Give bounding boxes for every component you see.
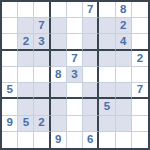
cell-r7c1[interactable] xyxy=(2,99,18,115)
cell-r4c7[interactable] xyxy=(99,51,115,67)
cell-r2c9[interactable] xyxy=(132,18,148,34)
cell-r1c6[interactable]: 7 xyxy=(83,2,99,18)
cell-r4c8[interactable] xyxy=(116,51,132,67)
cell-r1c9[interactable] xyxy=(132,2,148,18)
cell-r4c6[interactable] xyxy=(83,51,99,67)
cell-r1c1[interactable] xyxy=(2,2,18,18)
cell-r3c2[interactable]: 2 xyxy=(18,34,34,50)
cell-r7c2[interactable] xyxy=(18,99,34,115)
cell-r1c3[interactable] xyxy=(34,2,50,18)
cell-r9c2[interactable] xyxy=(18,132,34,148)
cell-r4c4[interactable] xyxy=(51,51,67,67)
cell-r7c6[interactable] xyxy=(83,99,99,115)
cell-r9c1[interactable] xyxy=(2,132,18,148)
cell-r7c8[interactable] xyxy=(116,99,132,115)
cell-r2c6[interactable] xyxy=(83,18,99,34)
cell-r4c3[interactable] xyxy=(34,51,50,67)
cell-r5c3[interactable] xyxy=(34,67,50,83)
cell-r7c5[interactable] xyxy=(67,99,83,115)
cell-r7c4[interactable] xyxy=(51,99,67,115)
cell-r8c1[interactable]: 9 xyxy=(2,116,18,132)
cell-r5c2[interactable] xyxy=(18,67,34,83)
cell-r5c6[interactable] xyxy=(83,67,99,83)
sudoku-board: 7872234728357595296 xyxy=(0,0,150,150)
cell-r6c6[interactable] xyxy=(83,83,99,99)
cell-r2c8[interactable]: 2 xyxy=(116,18,132,34)
cell-r2c5[interactable] xyxy=(67,18,83,34)
cell-r6c1[interactable]: 5 xyxy=(2,83,18,99)
cell-r2c2[interactable] xyxy=(18,18,34,34)
cell-r5c9[interactable] xyxy=(132,67,148,83)
cell-r9c7[interactable] xyxy=(99,132,115,148)
cell-r1c4[interactable] xyxy=(51,2,67,18)
cell-r6c5[interactable] xyxy=(67,83,83,99)
cell-r8c7[interactable] xyxy=(99,116,115,132)
cell-r7c9[interactable] xyxy=(132,99,148,115)
cell-r4c1[interactable] xyxy=(2,51,18,67)
cell-r9c3[interactable] xyxy=(34,132,50,148)
cell-r4c9[interactable]: 2 xyxy=(132,51,148,67)
cell-r6c8[interactable] xyxy=(116,83,132,99)
cell-r9c6[interactable]: 6 xyxy=(83,132,99,148)
cell-r9c8[interactable] xyxy=(116,132,132,148)
cell-r3c7[interactable] xyxy=(99,34,115,50)
cell-r8c5[interactable] xyxy=(67,116,83,132)
cell-r4c5[interactable]: 7 xyxy=(67,51,83,67)
cell-r8c3[interactable]: 2 xyxy=(34,116,50,132)
cell-r3c5[interactable] xyxy=(67,34,83,50)
cell-r5c7[interactable] xyxy=(99,67,115,83)
cell-r8c9[interactable] xyxy=(132,116,148,132)
cell-r6c4[interactable] xyxy=(51,83,67,99)
cell-r3c1[interactable] xyxy=(2,34,18,50)
cell-r6c3[interactable] xyxy=(34,83,50,99)
cell-r2c1[interactable] xyxy=(2,18,18,34)
cell-r7c7[interactable]: 5 xyxy=(99,99,115,115)
cell-r5c8[interactable] xyxy=(116,67,132,83)
cell-r3c6[interactable] xyxy=(83,34,99,50)
cell-r8c2[interactable]: 5 xyxy=(18,116,34,132)
cell-r1c2[interactable] xyxy=(18,2,34,18)
cell-r6c9[interactable]: 7 xyxy=(132,83,148,99)
cell-r9c5[interactable] xyxy=(67,132,83,148)
cell-r2c4[interactable] xyxy=(51,18,67,34)
cell-r3c8[interactable]: 4 xyxy=(116,34,132,50)
cell-r6c2[interactable] xyxy=(18,83,34,99)
cell-r4c2[interactable] xyxy=(18,51,34,67)
cell-r9c4[interactable]: 9 xyxy=(51,132,67,148)
cell-r1c7[interactable] xyxy=(99,2,115,18)
cell-r3c3[interactable]: 3 xyxy=(34,34,50,50)
cell-r2c3[interactable]: 7 xyxy=(34,18,50,34)
cell-r2c7[interactable] xyxy=(99,18,115,34)
cell-r9c9[interactable] xyxy=(132,132,148,148)
cell-r5c5[interactable]: 3 xyxy=(67,67,83,83)
cell-r3c9[interactable] xyxy=(132,34,148,50)
cell-r8c4[interactable] xyxy=(51,116,67,132)
cell-r3c4[interactable] xyxy=(51,34,67,50)
cell-r1c5[interactable] xyxy=(67,2,83,18)
cell-r1c8[interactable]: 8 xyxy=(116,2,132,18)
cell-r8c8[interactable] xyxy=(116,116,132,132)
cell-r6c7[interactable] xyxy=(99,83,115,99)
cell-r5c4[interactable]: 8 xyxy=(51,67,67,83)
cell-r8c6[interactable] xyxy=(83,116,99,132)
cell-r5c1[interactable] xyxy=(2,67,18,83)
cell-r7c3[interactable] xyxy=(34,99,50,115)
